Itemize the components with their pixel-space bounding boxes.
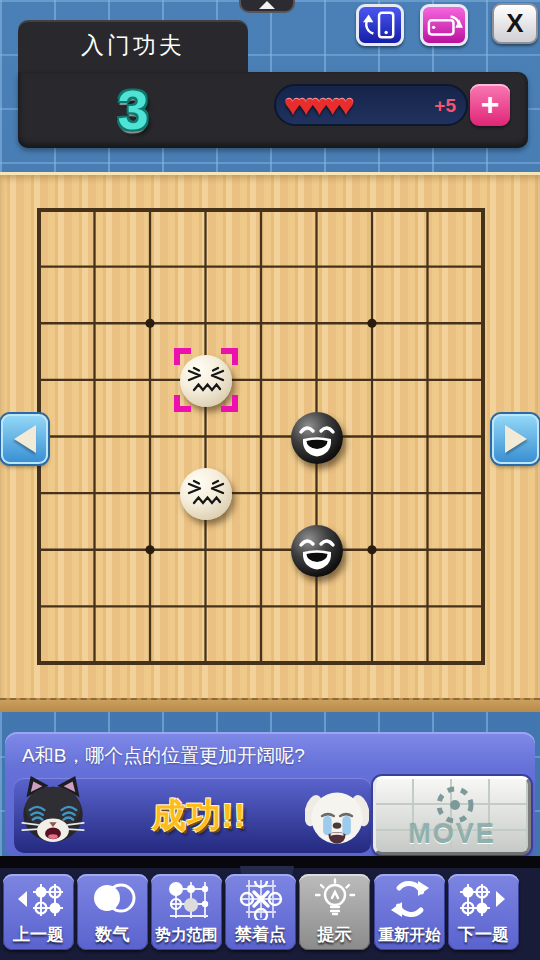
result-box: 成功!! (14, 778, 371, 853)
lives-bar: ♥♥♥♥♥ +5 (274, 84, 468, 126)
stone-white-col4-row6[interactable] (180, 468, 232, 520)
influence-area-button[interactable]: 势力范围 (151, 874, 222, 950)
lives-bonus-label: +5 (434, 95, 456, 117)
influence-area-icon (162, 878, 212, 920)
close-button[interactable]: X (492, 3, 538, 44)
question-text: A和B，哪个点的位置更加开阔呢? (22, 743, 305, 769)
next-board-arrow-button[interactable] (492, 414, 539, 464)
prev-puzzle-button[interactable]: 上一题 (3, 874, 74, 950)
left-triangle-icon (14, 425, 36, 453)
collapse-handle[interactable] (239, 0, 295, 13)
forbidden-points-icon (236, 878, 286, 920)
restart-button[interactable]: 重新开始 (374, 874, 445, 950)
stone-white-col4-row4[interactable] (180, 355, 232, 407)
prev-puzzle-icon (14, 878, 64, 920)
hint-button[interactable]: 提示 (299, 874, 370, 950)
next-puzzle-icon (459, 878, 509, 920)
lesson-title-tab: 入门功夫 (18, 20, 248, 74)
rotate-phone-landscape-icon (425, 8, 463, 42)
prev-board-arrow-button[interactable] (1, 414, 48, 464)
right-triangle-icon (505, 425, 527, 453)
lesson-number: 3 (18, 74, 248, 146)
app-screen: 入门功夫 3 ♥♥♥♥♥ +5 + X (0, 0, 540, 960)
count-liberties-icon (88, 878, 138, 920)
move-button-label: MOVE (376, 819, 528, 850)
success-text: 成功!! (114, 793, 284, 839)
restart-icon (385, 878, 435, 920)
add-life-button[interactable]: + (470, 84, 510, 126)
rotate-phone-portrait-icon (361, 8, 399, 42)
goban-grid[interactable] (0, 172, 540, 712)
forbidden-points-button[interactable]: 禁着点 (225, 874, 296, 950)
hint-bulb-icon (310, 878, 360, 920)
next-puzzle-button[interactable]: 下一题 (448, 874, 519, 950)
heart-icons: ♥♥♥♥♥ (284, 86, 350, 124)
up-triangle-icon (259, 1, 275, 9)
count-liberties-button[interactable]: 数气 (77, 874, 148, 950)
stone-black-col6-row7[interactable] (291, 525, 343, 577)
rotate-portrait-button[interactable] (356, 4, 404, 46)
move-button[interactable]: MOVE (373, 776, 531, 855)
rotate-landscape-button[interactable] (420, 4, 468, 46)
laughing-black-cat-icon (18, 774, 88, 848)
stone-black-col6-row5[interactable] (291, 412, 343, 464)
crying-white-dog-icon (305, 784, 369, 852)
lesson-title: 入门功夫 (18, 30, 248, 61)
question-panel: A和B，哪个点的位置更加开阔呢? (5, 732, 535, 858)
